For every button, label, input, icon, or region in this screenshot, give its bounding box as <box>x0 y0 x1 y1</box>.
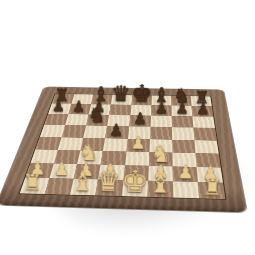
board-grid: ♜♝♛♚♝♞♜♟♟♟♟♟♟♞♟♟♟♞♞♟♟♟♟♟♟♟♜♝♛♚♝♜ <box>20 94 225 199</box>
square-e1: ♚ <box>121 180 147 197</box>
piece-black-king-e8: ♚ <box>131 81 153 105</box>
product-photo-scene: ♜♝♛♚♝♞♜♟♟♟♟♟♟♞♟♟♟♞♞♟♟♟♟♟♟♟♜♝♛♚♝♜ <box>0 0 255 255</box>
piece-black-rook-a8: ♜ <box>54 87 69 104</box>
square-a3 <box>31 149 58 163</box>
piece-black-queen-d8: ♛ <box>111 83 131 105</box>
square-d6 <box>107 115 129 127</box>
square-f4 <box>149 139 172 152</box>
piece-black-rook-h8: ♜ <box>194 89 210 107</box>
square-g8: ♞ <box>171 96 191 106</box>
piece-black-bishop-f8: ♝ <box>152 85 170 105</box>
square-d5: ♟ <box>105 126 128 138</box>
square-c6: ♞ <box>86 115 109 127</box>
square-e7 <box>130 105 151 116</box>
piece-black-bishop-c8: ♝ <box>92 84 110 104</box>
square-h1: ♜ <box>198 182 226 199</box>
square-f1: ♝ <box>147 181 173 198</box>
square-g4 <box>172 139 195 152</box>
square-f3: ♞ <box>148 152 172 166</box>
piece-white-pawn-b2: ♟ <box>54 160 70 178</box>
chess-board: ♜♝♛♚♝♞♜♟♟♟♟♟♟♞♟♟♟♞♞♟♟♟♟♟♟♟♜♝♛♚♝♜ <box>0 87 247 212</box>
piece-white-pawn-g2: ♟ <box>177 163 194 181</box>
square-b7: ♟ <box>68 104 91 115</box>
piece-white-pawn-d2: ♟ <box>103 162 119 180</box>
square-b3 <box>54 150 81 164</box>
square-h7: ♟ <box>191 106 213 117</box>
square-d2: ♟ <box>98 165 124 180</box>
piece-black-knight-g8: ♞ <box>173 87 191 106</box>
square-g2: ♟ <box>172 166 197 182</box>
square-b4 <box>58 137 84 150</box>
piece-white-pawn-c2: ♟ <box>78 161 94 179</box>
square-c7: ♟ <box>89 104 111 115</box>
square-d8: ♛ <box>111 95 132 105</box>
square-e2 <box>123 165 148 181</box>
square-c4 <box>81 138 106 151</box>
square-c5 <box>84 126 108 138</box>
piece-white-pawn-f2: ♟ <box>152 163 169 181</box>
square-c3: ♞ <box>77 150 103 164</box>
square-b8 <box>72 94 94 104</box>
square-g7: ♟ <box>171 106 192 117</box>
square-d4 <box>103 138 127 151</box>
board-3d-wrapper: ♜♝♛♚♝♞♜♟♟♟♟♟♟♞♟♟♟♞♞♟♟♟♟♟♟♟♜♝♛♚♝♜ <box>0 87 247 212</box>
square-h6 <box>192 117 215 129</box>
square-g3 <box>172 152 196 166</box>
square-d7 <box>109 105 131 116</box>
square-h2: ♟ <box>196 167 222 183</box>
square-b6 <box>65 114 89 125</box>
square-c8: ♝ <box>91 94 113 104</box>
piece-white-pawn-h2: ♟ <box>202 164 219 182</box>
square-h5 <box>193 128 216 141</box>
piece-white-pawn-a2: ♟ <box>30 160 46 178</box>
square-b1 <box>45 178 74 195</box>
square-d3 <box>101 151 126 165</box>
square-e6: ♟ <box>129 115 151 127</box>
square-e4: ♟ <box>126 139 150 152</box>
square-c1: ♝ <box>70 179 98 196</box>
square-f2: ♟ <box>148 166 173 182</box>
square-f5 <box>150 127 172 139</box>
square-c2: ♟ <box>74 164 101 179</box>
square-f8: ♝ <box>151 95 171 105</box>
square-d1: ♛ <box>96 179 123 196</box>
square-f6 <box>150 116 171 128</box>
square-g1 <box>173 181 199 198</box>
square-h4 <box>194 140 218 154</box>
square-h8: ♜ <box>191 96 212 106</box>
square-h3 <box>195 153 220 168</box>
square-f7: ♟ <box>151 105 172 116</box>
square-e8: ♚ <box>131 95 151 105</box>
square-b2: ♟ <box>50 163 78 178</box>
square-b5 <box>62 125 87 137</box>
square-g5 <box>172 127 195 140</box>
square-e5 <box>128 127 151 139</box>
square-e3 <box>125 151 149 165</box>
square-g6 <box>171 116 193 128</box>
